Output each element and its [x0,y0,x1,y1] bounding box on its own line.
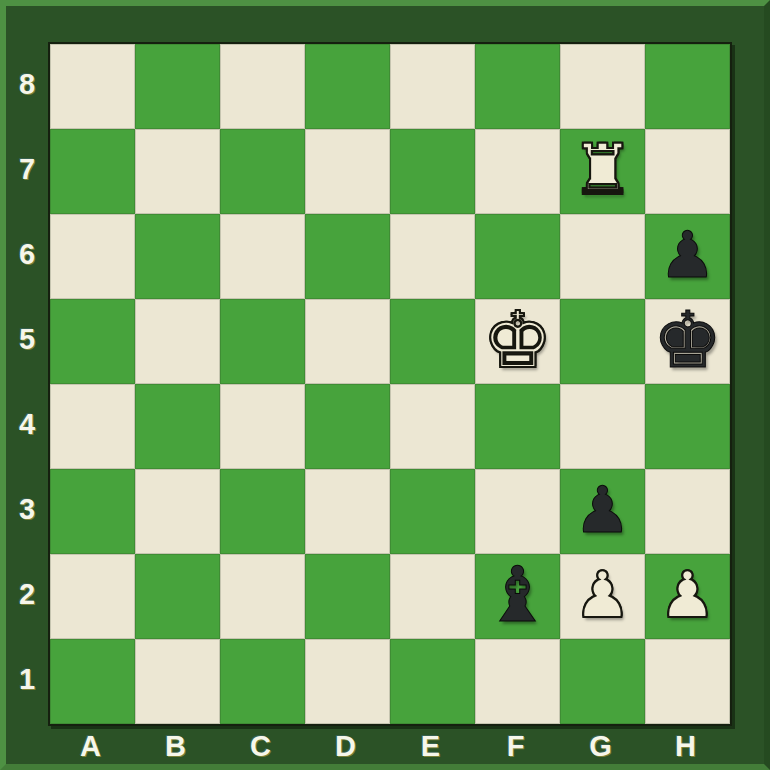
square-h1[interactable] [645,639,730,724]
square-d6[interactable] [305,214,390,299]
square-c3[interactable] [220,469,305,554]
square-c6[interactable] [220,214,305,299]
file-label-e: E [388,726,473,766]
white-king[interactable]: ♚ [483,301,553,379]
square-h8[interactable] [645,44,730,129]
square-f6[interactable] [475,214,560,299]
square-f1[interactable] [475,639,560,724]
file-labels: ABCDEFGH [48,726,728,766]
square-d4[interactable] [305,384,390,469]
square-a4[interactable] [50,384,135,469]
black-pawn[interactable]: ♟ [659,223,716,287]
square-g2[interactable]: ♟ [560,554,645,639]
file-label-f: F [473,726,558,766]
square-a8[interactable] [50,44,135,129]
square-c1[interactable] [220,639,305,724]
chessboard-frame: 87654321 ♜♟♚♚♟♝♟♟ ABCDEFGH [0,0,770,770]
square-g7[interactable]: ♜ [560,129,645,214]
square-g5[interactable] [560,299,645,384]
file-label-a: A [48,726,133,766]
square-e7[interactable] [390,129,475,214]
square-b8[interactable] [135,44,220,129]
square-e1[interactable] [390,639,475,724]
square-h7[interactable] [645,129,730,214]
square-b7[interactable] [135,129,220,214]
square-f2[interactable]: ♝ [475,554,560,639]
rank-label-1: 1 [6,637,48,722]
rank-label-4: 4 [6,382,48,467]
rank-label-7: 7 [6,127,48,212]
square-g8[interactable] [560,44,645,129]
square-f4[interactable] [475,384,560,469]
square-a1[interactable] [50,639,135,724]
square-c4[interactable] [220,384,305,469]
black-bishop[interactable]: ♝ [483,557,551,633]
white-pawn[interactable]: ♟ [659,563,716,627]
rank-label-3: 3 [6,467,48,552]
square-d8[interactable] [305,44,390,129]
square-b3[interactable] [135,469,220,554]
file-label-h: H [643,726,728,766]
square-c5[interactable] [220,299,305,384]
square-c8[interactable] [220,44,305,129]
square-e5[interactable] [390,299,475,384]
square-d7[interactable] [305,129,390,214]
square-h4[interactable] [645,384,730,469]
square-d5[interactable] [305,299,390,384]
square-e6[interactable] [390,214,475,299]
square-h6[interactable]: ♟ [645,214,730,299]
square-b6[interactable] [135,214,220,299]
square-a3[interactable] [50,469,135,554]
black-king[interactable]: ♚ [653,301,723,379]
square-g3[interactable]: ♟ [560,469,645,554]
square-c7[interactable] [220,129,305,214]
square-d1[interactable] [305,639,390,724]
square-f8[interactable] [475,44,560,129]
square-g6[interactable] [560,214,645,299]
square-a5[interactable] [50,299,135,384]
square-b5[interactable] [135,299,220,384]
square-g1[interactable] [560,639,645,724]
rank-labels: 87654321 [6,42,48,722]
white-pawn[interactable]: ♟ [574,563,631,627]
square-a6[interactable] [50,214,135,299]
square-h5[interactable]: ♚ [645,299,730,384]
square-f7[interactable] [475,129,560,214]
square-c2[interactable] [220,554,305,639]
square-b2[interactable] [135,554,220,639]
square-h3[interactable] [645,469,730,554]
file-label-d: D [303,726,388,766]
square-e2[interactable] [390,554,475,639]
file-label-b: B [133,726,218,766]
square-h2[interactable]: ♟ [645,554,730,639]
square-g4[interactable] [560,384,645,469]
square-e3[interactable] [390,469,475,554]
square-a7[interactable] [50,129,135,214]
square-d3[interactable] [305,469,390,554]
square-e8[interactable] [390,44,475,129]
rank-label-8: 8 [6,42,48,127]
file-label-c: C [218,726,303,766]
square-f3[interactable] [475,469,560,554]
square-d2[interactable] [305,554,390,639]
rank-label-5: 5 [6,297,48,382]
rank-label-6: 6 [6,212,48,297]
square-e4[interactable] [390,384,475,469]
black-pawn[interactable]: ♟ [574,478,631,542]
file-label-g: G [558,726,643,766]
rank-label-2: 2 [6,552,48,637]
square-b1[interactable] [135,639,220,724]
square-a2[interactable] [50,554,135,639]
board: ♜♟♚♚♟♝♟♟ [48,42,732,726]
square-f5[interactable]: ♚ [475,299,560,384]
square-b4[interactable] [135,384,220,469]
white-rook[interactable]: ♜ [571,135,634,205]
